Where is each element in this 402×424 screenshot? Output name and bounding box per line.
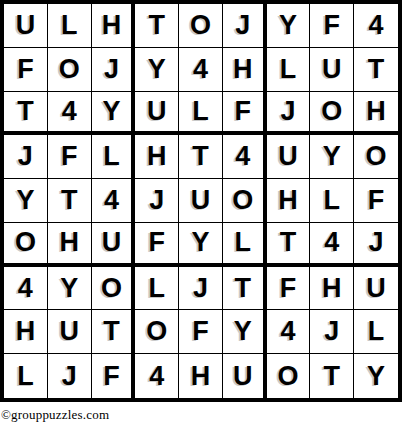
cell-r1c1: U (4, 4, 48, 48)
cell-r5c7: H (267, 179, 311, 223)
cell-r3c3: Y (92, 92, 136, 136)
cell-r1c3: H (92, 4, 136, 48)
cell-r8c1: H (4, 310, 48, 354)
cell-r9c2: J (48, 354, 92, 398)
cell-r3c2: 4 (48, 92, 92, 136)
cell-r9c1: L (4, 354, 48, 398)
cell-r6c4: F (135, 223, 179, 267)
cell-r2c4: Y (135, 48, 179, 92)
cell-r8c7: 4 (267, 310, 311, 354)
cell-r3c7: J (267, 92, 311, 136)
cell-r4c3: L (92, 135, 136, 179)
cell-r1c8: F (310, 4, 354, 48)
cell-r5c9: F (354, 179, 398, 223)
cell-r4c7: U (267, 135, 311, 179)
cell-r4c2: F (48, 135, 92, 179)
cell-r6c1: O (4, 223, 48, 267)
cell-r4c6: 4 (223, 135, 267, 179)
cell-r7c2: Y (48, 267, 92, 311)
cell-r8c8: J (310, 310, 354, 354)
cell-r4c9: O (354, 135, 398, 179)
cell-r7c6: T (223, 267, 267, 311)
cell-r5c3: 4 (92, 179, 136, 223)
cell-r9c4: 4 (135, 354, 179, 398)
cell-r5c5: U (179, 179, 223, 223)
cell-r6c2: H (48, 223, 92, 267)
cell-r9c7: O (267, 354, 311, 398)
cell-r8c6: Y (223, 310, 267, 354)
cell-r6c8: 4 (310, 223, 354, 267)
cell-r6c7: T (267, 223, 311, 267)
cell-r2c6: H (223, 48, 267, 92)
cell-r7c4: L (135, 267, 179, 311)
cell-r7c1: 4 (4, 267, 48, 311)
cell-r8c5: F (179, 310, 223, 354)
cell-r7c3: O (92, 267, 136, 311)
cell-r3c1: T (4, 92, 48, 136)
cell-r2c1: F (4, 48, 48, 92)
cell-r1c5: O (179, 4, 223, 48)
cell-r3c6: F (223, 92, 267, 136)
cell-r9c3: F (92, 354, 136, 398)
cell-r9c5: H (179, 354, 223, 398)
cell-r1c9: 4 (354, 4, 398, 48)
cell-r7c7: F (267, 267, 311, 311)
sudoku-board: ULHTOJYF4FOJY4HLUTT4YULFJOHJFLHT4UYOYT4J… (0, 0, 402, 402)
cell-r8c3: T (92, 310, 136, 354)
cell-r2c9: T (354, 48, 398, 92)
cell-r4c1: J (4, 135, 48, 179)
cell-r2c8: U (310, 48, 354, 92)
cell-r9c9: Y (354, 354, 398, 398)
cell-r2c5: 4 (179, 48, 223, 92)
cell-r2c7: L (267, 48, 311, 92)
cell-r6c9: J (354, 223, 398, 267)
cell-r5c2: T (48, 179, 92, 223)
cell-r2c2: O (48, 48, 92, 92)
cell-r7c5: J (179, 267, 223, 311)
cell-r5c1: Y (4, 179, 48, 223)
cell-r1c4: T (135, 4, 179, 48)
cell-r1c6: J (223, 4, 267, 48)
cell-r1c2: L (48, 4, 92, 48)
cell-r4c8: Y (310, 135, 354, 179)
cell-r7c8: H (310, 267, 354, 311)
cell-r3c5: L (179, 92, 223, 136)
cell-r1c7: Y (267, 4, 311, 48)
cell-r9c8: T (310, 354, 354, 398)
cell-r4c4: H (135, 135, 179, 179)
cell-r9c6: U (223, 354, 267, 398)
cell-r5c6: O (223, 179, 267, 223)
cell-r2c3: J (92, 48, 136, 92)
cell-r8c9: L (354, 310, 398, 354)
cell-r3c8: O (310, 92, 354, 136)
copyright-credit: ©grouppuzzles.com (1, 407, 402, 423)
cell-r3c9: H (354, 92, 398, 136)
cell-r5c8: L (310, 179, 354, 223)
cell-r5c4: J (135, 179, 179, 223)
cell-r6c5: Y (179, 223, 223, 267)
cell-r3c4: U (135, 92, 179, 136)
cell-r8c4: O (135, 310, 179, 354)
cell-r6c3: U (92, 223, 136, 267)
cell-r7c9: U (354, 267, 398, 311)
cell-r8c2: U (48, 310, 92, 354)
cell-r4c5: T (179, 135, 223, 179)
cell-r6c6: L (223, 223, 267, 267)
